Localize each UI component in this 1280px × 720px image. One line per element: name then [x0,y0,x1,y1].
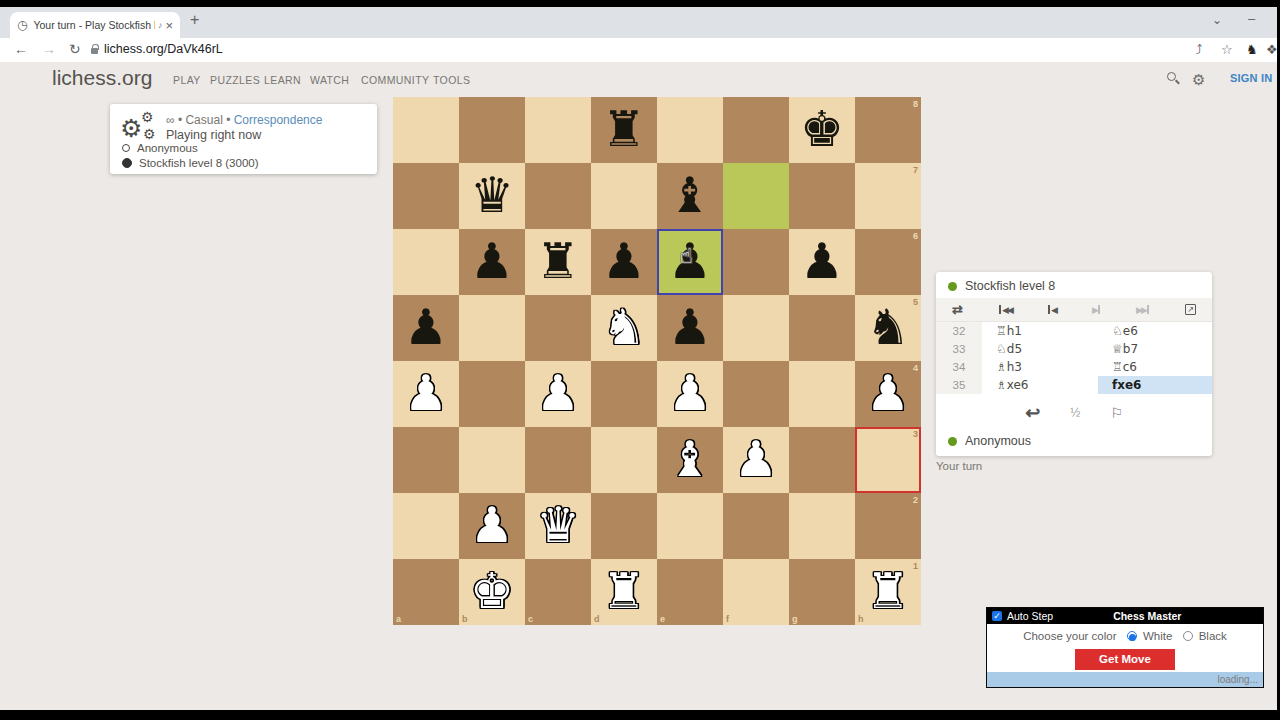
black-color-icon [122,158,132,168]
resign-flag-icon[interactable]: ⚐ [1110,405,1123,421]
white-rook: ♜ [855,559,921,625]
white-radio[interactable] [1127,631,1137,641]
get-move-button[interactable]: Get Move [1075,649,1175,670]
black-radio[interactable] [1183,631,1193,641]
correspondence-link[interactable]: Correspondence [234,113,323,127]
square-c1[interactable]: c [525,559,591,625]
square-a3[interactable] [393,427,459,493]
analysis-board-icon[interactable]: ↗ [1185,304,1196,315]
square-d8[interactable]: ♜ [591,97,657,163]
white-rook: ♜ [591,559,657,625]
tab-favicon-icon: ◷ [17,18,27,32]
square-f8[interactable] [723,97,789,163]
move-number: 33 [936,340,982,358]
square-h2[interactable]: 2 [855,493,921,559]
rank-label-4: 4 [913,363,918,373]
new-tab-button[interactable]: + [190,11,199,29]
square-c8[interactable] [525,97,591,163]
square-b5[interactable] [459,295,525,361]
tab-close-icon[interactable]: × [165,18,173,33]
black-queen: ♛ [459,163,525,229]
black-player-name: Stockfish level 8 (3000) [139,157,259,169]
white-king: ♚ [459,559,525,625]
auto-step-label: Auto Step [1007,610,1053,622]
back-icon[interactable]: ← [14,41,28,57]
white-queen: ♛ [525,493,591,559]
extension-title-bar: ✓ Auto Step Chess Master [987,608,1263,624]
white-pawn: ♟ [657,361,723,427]
time-control: ∞ [166,113,175,127]
loading-text: loading... [1217,674,1258,685]
opponent-name: Stockfish level 8 [965,279,1055,293]
extension-body: Choose your color White Black Get Move [987,624,1263,672]
nav-watch[interactable]: WATCH [310,74,349,86]
online-dot-icon [948,282,957,291]
square-h6[interactable]: 6 [855,229,921,295]
square-c2[interactable]: ♛ [525,493,591,559]
square-b7[interactable]: ♛ [459,163,525,229]
takeback-icon[interactable]: ↩ [1025,402,1040,424]
reload-icon[interactable]: ↻ [69,41,81,57]
square-g7[interactable] [789,163,855,229]
square-c5[interactable] [525,295,591,361]
black-move[interactable]: ♖c6 [1098,358,1212,376]
white-player-row: Anonymous [122,142,198,154]
nav-puzzles[interactable]: PUZZLES [210,74,260,86]
file-label-c: c [528,614,533,624]
game-casual-label: Casual [185,113,222,127]
square-b1[interactable]: ♚b [459,559,525,625]
square-e2[interactable] [657,493,723,559]
move-panel: Stockfish level 8 ⇄ ◀◀ ◀ ▶ ▶▶ ↗ 32 ♖h1 ♘… [936,272,1212,456]
nav-community[interactable]: COMMUNITY [361,74,429,86]
white-pawn: ♟ [459,493,525,559]
square-a7[interactable] [393,163,459,229]
browser-tab-strip: ◷ Your turn - Play Stockfish lev ♪ × + ⌄… [0,7,1277,38]
next-move-icon[interactable]: ▶ [1092,305,1100,315]
rank-label-5: 5 [913,297,918,307]
black-rook: ♜ [525,229,591,295]
square-a6[interactable] [393,229,459,295]
square-c3[interactable] [525,427,591,493]
lock-icon [91,48,98,54]
previous-move-icon[interactable]: ◀ [1048,305,1056,315]
move-toolbar: ⇄ ◀◀ ◀ ▶ ▶▶ ↗ [936,298,1212,321]
square-g1[interactable]: g [789,559,855,625]
move-list: 32 ♖h1 ♘e6 33 ♘d5 ♕b7 34 ♗h3 ♖c6 35 ♗xe6… [936,321,1212,394]
square-f5[interactable] [723,295,789,361]
square-e4[interactable]: ♟ [657,361,723,427]
square-d7[interactable] [591,163,657,229]
white-move[interactable]: ♘d5 [982,340,1098,358]
auto-step-checkbox[interactable]: ✓ [992,611,1002,621]
extension-status-bar: loading... [987,672,1263,687]
rank-label-3: 3 [913,429,918,439]
square-f1[interactable]: f [723,559,789,625]
black-pawn: ♟ [459,229,525,295]
white-pawn: ♟ [855,361,921,427]
extensions-puzzle-icon[interactable]: ❖ [1266,42,1278,57]
move-number: 32 [936,322,982,340]
square-c4[interactable]: ♟ [525,361,591,427]
square-e3[interactable]: ♝ [657,427,723,493]
chess-master-panel: ✓ Auto Step Chess Master Choose your col… [986,607,1264,688]
current-move[interactable]: fxe6 [1098,376,1212,394]
rank-label-1: 1 [913,561,918,571]
tab-audio-icon: ♪ [158,20,163,30]
square-f7[interactable] [723,163,789,229]
white-radio-label: White [1143,630,1172,642]
file-label-g: g [792,614,798,624]
file-label-f: f [726,614,729,624]
square-d1[interactable]: ♜d [591,559,657,625]
last-move-icon[interactable]: ▶▶ [1136,305,1149,315]
black-rook: ♜ [591,97,657,163]
chess-extension-icon[interactable]: ♞ [1246,42,1258,57]
search-icon[interactable] [1167,72,1176,81]
black-pawn: ♟ [789,229,855,295]
nav-tools[interactable]: TOOLS [433,74,470,86]
game-mode-line: ∞ • Casual • Correspondence [166,113,322,127]
black-pawn: ♟ [657,295,723,361]
file-label-d: d [594,614,600,624]
bookmark-star-icon[interactable]: ☆ [1221,42,1233,57]
square-c6[interactable]: ♜ [525,229,591,295]
square-f4[interactable] [723,361,789,427]
square-d3[interactable] [591,427,657,493]
square-g5[interactable] [789,295,855,361]
chess-board[interactable]: ☝ ♜♚8♛♝7♟♜♟♟♟6♟♞♟♞5♟♟♟♟4♝♟3♟♛2a♚bc♜defg♜… [393,97,921,625]
move-number: 34 [936,358,982,376]
black-radio-label: Black [1199,630,1227,642]
tab-title: Your turn - Play Stockfish lev [33,19,154,31]
black-move[interactable]: ♕b7 [1098,340,1212,358]
square-e1[interactable]: e [657,559,723,625]
square-h1[interactable]: ♜1h [855,559,921,625]
square-h8[interactable]: 8 [855,97,921,163]
player-name: Anonymous [965,434,1031,448]
white-move[interactable]: ♖h1 [982,322,1098,340]
game-setup-gears-icon: ⚙⚙⚙ [120,110,162,144]
square-a5[interactable]: ♟ [393,295,459,361]
file-label-e: e [660,614,665,624]
square-d6[interactable]: ♟ [591,229,657,295]
nav-play[interactable]: PLAY [173,74,201,86]
white-bishop: ♝ [657,427,723,493]
extension-title: Chess Master [1113,610,1181,622]
color-choice-row: Choose your color White Black [987,630,1263,642]
white-knight: ♞ [591,295,657,361]
browser-tab[interactable]: ◷ Your turn - Play Stockfish lev ♪ × [10,12,180,38]
online-dot-icon [948,437,957,446]
square-a1[interactable]: a [393,559,459,625]
game-action-buttons: ↩ ½ ⚐ [936,394,1212,431]
black-king: ♚ [789,97,855,163]
square-d5[interactable]: ♞ [591,295,657,361]
white-pawn: ♟ [393,361,459,427]
black-pawn: ♟ [393,295,459,361]
black-bishop: ♝ [657,163,723,229]
white-player-name: Anonymous [137,142,198,154]
lichess-logo[interactable]: lichess.org [52,66,152,90]
rank-label-7: 7 [913,165,918,175]
black-player-row: Stockfish level 8 (3000) [122,157,259,169]
square-g4[interactable] [789,361,855,427]
file-label-h: h [858,614,864,624]
opponent-row: Stockfish level 8 [936,272,1212,298]
flip-board-icon[interactable]: ⇄ [952,302,963,317]
white-pawn: ♟ [525,361,591,427]
square-a2[interactable] [393,493,459,559]
black-pawn: ♟ [591,229,657,295]
square-f3[interactable]: ♟ [723,427,789,493]
move-number: 35 [936,376,982,394]
square-f2[interactable] [723,493,789,559]
address-bar-url[interactable]: lichess.org/DaVk46rL [104,42,223,56]
square-c7[interactable] [525,163,591,229]
black-move[interactable]: ♘e6 [1098,322,1212,340]
forward-icon[interactable]: → [42,41,56,57]
lichess-page: lichess.org PLAY PUZZLES LEARN WATCH COM… [0,62,1277,710]
square-h5[interactable]: ♞5 [855,295,921,361]
square-b2[interactable]: ♟ [459,493,525,559]
rank-label-2: 2 [913,495,918,505]
square-g2[interactable] [789,493,855,559]
browser-toolbar: ← → ↻ lichess.org/DaVk46rL ⤴ ☆ ♞ ❖ [0,38,1277,62]
offer-draw-button[interactable]: ½ [1070,406,1080,420]
player-row: Anonymous [936,431,1212,451]
square-f6[interactable] [723,229,789,295]
square-d2[interactable] [591,493,657,559]
square-h4[interactable]: ♟4 [855,361,921,427]
choose-color-label: Choose your color [1023,630,1116,642]
square-b3[interactable] [459,427,525,493]
turn-status: Your turn [936,460,982,472]
first-move-icon[interactable]: ◀◀ [999,305,1012,315]
square-e5[interactable]: ♟ [657,295,723,361]
game-info-card: ⚙⚙⚙ ∞ • Casual • Correspondence Playing … [110,104,377,174]
window-minimize-icon[interactable]: – [1248,11,1255,26]
hand-cursor-icon: ☝ [680,244,693,268]
square-b8[interactable] [459,97,525,163]
square-b4[interactable] [459,361,525,427]
square-e8[interactable] [657,97,723,163]
gear-icon[interactable]: ⚙ [1192,71,1205,89]
white-move[interactable]: ♗h3 [982,358,1098,376]
share-icon[interactable]: ⤴ [1196,42,1203,57]
black-knight: ♞ [855,295,921,361]
square-h7[interactable]: 7 [855,163,921,229]
white-color-icon [122,144,130,152]
white-pawn: ♟ [723,427,789,493]
square-d4[interactable] [591,361,657,427]
square-a8[interactable] [393,97,459,163]
sign-in-button[interactable]: SIGN IN [1230,72,1272,84]
square-g3[interactable] [789,427,855,493]
nav-learn[interactable]: LEARN [264,74,301,86]
square-e7[interactable]: ♝ [657,163,723,229]
square-h3[interactable]: 3 [855,427,921,493]
rank-label-8: 8 [913,99,918,109]
square-a4[interactable]: ♟ [393,361,459,427]
square-g8[interactable]: ♚ [789,97,855,163]
white-move[interactable]: ♗xe6 [982,376,1098,394]
window-chevron-icon[interactable]: ⌄ [1212,13,1222,27]
file-label-a: a [396,614,401,624]
rank-label-6: 6 [913,231,918,241]
square-g6[interactable]: ♟ [789,229,855,295]
file-label-b: b [462,614,468,624]
square-b6[interactable]: ♟ [459,229,525,295]
game-status: Playing right now [166,128,261,142]
